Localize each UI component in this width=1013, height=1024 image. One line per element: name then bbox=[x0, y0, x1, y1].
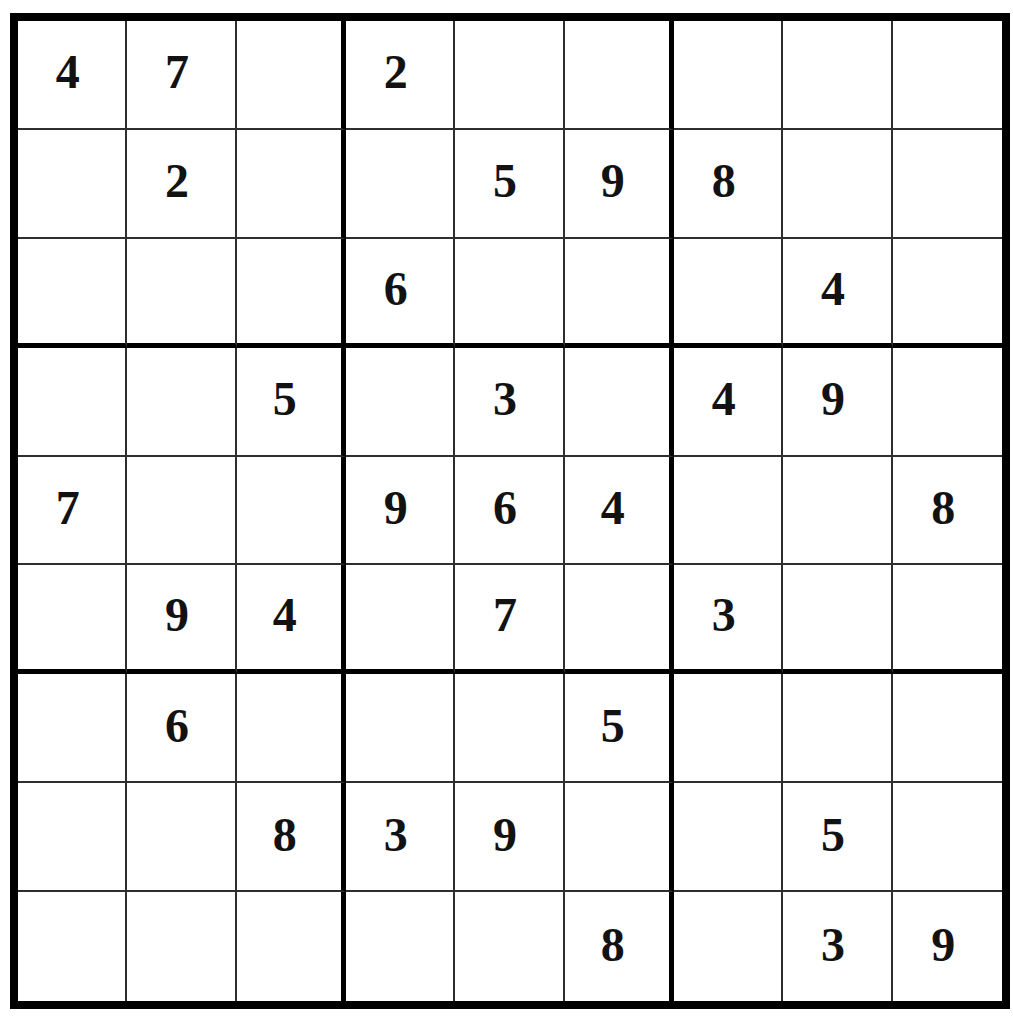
cell-r3c6[interactable] bbox=[565, 239, 674, 348]
cell-r9c3[interactable] bbox=[237, 892, 346, 1001]
given-digit: 9 bbox=[165, 591, 189, 639]
given-digit: 8 bbox=[712, 157, 736, 205]
cell-r1c2[interactable]: 7 bbox=[127, 21, 236, 130]
cell-r8c3[interactable]: 8 bbox=[237, 783, 346, 892]
given-digit: 2 bbox=[165, 157, 189, 205]
given-digit: 6 bbox=[384, 265, 408, 313]
cell-r5c3[interactable] bbox=[237, 457, 346, 566]
given-digit: 4 bbox=[821, 265, 845, 313]
cell-r5c2[interactable] bbox=[127, 457, 236, 566]
cell-r5c7[interactable] bbox=[674, 457, 783, 566]
cell-r4c5[interactable]: 3 bbox=[455, 348, 564, 457]
given-digit: 5 bbox=[493, 157, 517, 205]
cell-r8c9[interactable] bbox=[893, 783, 1002, 892]
given-digit: 8 bbox=[273, 811, 297, 859]
cell-r6c9[interactable] bbox=[893, 565, 1002, 674]
cell-r2c7[interactable]: 8 bbox=[674, 130, 783, 239]
given-digit: 9 bbox=[821, 375, 845, 423]
given-digit: 3 bbox=[821, 921, 845, 969]
cell-r2c3[interactable] bbox=[237, 130, 346, 239]
cell-r1c7[interactable] bbox=[674, 21, 783, 130]
cell-r8c5[interactable]: 9 bbox=[455, 783, 564, 892]
cell-r5c6[interactable]: 4 bbox=[565, 457, 674, 566]
given-digit: 7 bbox=[165, 48, 189, 96]
cell-r6c2[interactable]: 9 bbox=[127, 565, 236, 674]
given-digit: 7 bbox=[493, 591, 517, 639]
cell-r2c8[interactable] bbox=[783, 130, 892, 239]
given-digit: 8 bbox=[601, 921, 625, 969]
cell-r3c7[interactable] bbox=[674, 239, 783, 348]
cell-r8c4[interactable]: 3 bbox=[346, 783, 455, 892]
cell-r9c2[interactable] bbox=[127, 892, 236, 1001]
given-digit: 3 bbox=[712, 591, 736, 639]
given-digit: 9 bbox=[931, 921, 955, 969]
cell-r4c9[interactable] bbox=[893, 348, 1002, 457]
cell-r6c7[interactable]: 3 bbox=[674, 565, 783, 674]
cell-r1c6[interactable] bbox=[565, 21, 674, 130]
given-digit: 3 bbox=[493, 375, 517, 423]
cell-r9c6[interactable]: 8 bbox=[565, 892, 674, 1001]
given-digit: 4 bbox=[273, 591, 297, 639]
cell-r2c9[interactable] bbox=[893, 130, 1002, 239]
cell-r3c1[interactable] bbox=[18, 239, 127, 348]
cell-r2c5[interactable]: 5 bbox=[455, 130, 564, 239]
cell-r5c9[interactable]: 8 bbox=[893, 457, 1002, 566]
cell-r8c2[interactable] bbox=[127, 783, 236, 892]
cell-r7c6[interactable]: 5 bbox=[565, 674, 674, 783]
cell-r9c7[interactable] bbox=[674, 892, 783, 1001]
given-digit: 4 bbox=[56, 48, 80, 96]
sudoku-board: 4722598645349796489473658395839 bbox=[10, 13, 1010, 1009]
cell-r6c8[interactable] bbox=[783, 565, 892, 674]
cell-r4c8[interactable]: 9 bbox=[783, 348, 892, 457]
given-digit: 5 bbox=[821, 811, 845, 859]
cell-r6c1[interactable] bbox=[18, 565, 127, 674]
cell-r7c5[interactable] bbox=[455, 674, 564, 783]
given-digit: 6 bbox=[493, 484, 517, 532]
given-digit: 9 bbox=[384, 484, 408, 532]
cell-r4c1[interactable] bbox=[18, 348, 127, 457]
cell-r3c2[interactable] bbox=[127, 239, 236, 348]
cell-r1c5[interactable] bbox=[455, 21, 564, 130]
cell-r1c3[interactable] bbox=[237, 21, 346, 130]
cell-r9c8[interactable]: 3 bbox=[783, 892, 892, 1001]
cell-r9c5[interactable] bbox=[455, 892, 564, 1001]
cell-r7c4[interactable] bbox=[346, 674, 455, 783]
cell-r6c6[interactable] bbox=[565, 565, 674, 674]
cell-r7c9[interactable] bbox=[893, 674, 1002, 783]
cell-r3c4[interactable]: 6 bbox=[346, 239, 455, 348]
cell-r9c9[interactable]: 9 bbox=[893, 892, 1002, 1001]
cell-r9c1[interactable] bbox=[18, 892, 127, 1001]
cell-r8c6[interactable] bbox=[565, 783, 674, 892]
given-digit: 6 bbox=[165, 702, 189, 750]
given-digit: 4 bbox=[601, 484, 625, 532]
given-digit: 9 bbox=[493, 811, 517, 859]
given-digit: 7 bbox=[56, 484, 80, 532]
cell-r3c9[interactable] bbox=[893, 239, 1002, 348]
cell-r2c1[interactable] bbox=[18, 130, 127, 239]
given-digit: 8 bbox=[931, 484, 955, 532]
cell-r5c8[interactable] bbox=[783, 457, 892, 566]
given-digit: 3 bbox=[384, 811, 408, 859]
given-digit: 9 bbox=[601, 157, 625, 205]
cell-r3c5[interactable] bbox=[455, 239, 564, 348]
given-digit: 5 bbox=[273, 375, 297, 423]
cell-r6c4[interactable] bbox=[346, 565, 455, 674]
cell-r5c1[interactable]: 7 bbox=[18, 457, 127, 566]
given-digit: 5 bbox=[601, 702, 625, 750]
cell-r8c1[interactable] bbox=[18, 783, 127, 892]
cell-r3c3[interactable] bbox=[237, 239, 346, 348]
cell-r7c7[interactable] bbox=[674, 674, 783, 783]
cell-r5c4[interactable]: 9 bbox=[346, 457, 455, 566]
cell-r1c4[interactable]: 2 bbox=[346, 21, 455, 130]
cell-r8c8[interactable]: 5 bbox=[783, 783, 892, 892]
cell-r4c2[interactable] bbox=[127, 348, 236, 457]
cell-r7c2[interactable]: 6 bbox=[127, 674, 236, 783]
cell-r7c8[interactable] bbox=[783, 674, 892, 783]
cell-r1c8[interactable] bbox=[783, 21, 892, 130]
given-digit: 2 bbox=[384, 48, 408, 96]
cell-r5c5[interactable]: 6 bbox=[455, 457, 564, 566]
cell-r1c1[interactable]: 4 bbox=[18, 21, 127, 130]
cell-r7c1[interactable] bbox=[18, 674, 127, 783]
cell-r2c6[interactable]: 9 bbox=[565, 130, 674, 239]
cell-r4c6[interactable] bbox=[565, 348, 674, 457]
cell-r8c7[interactable] bbox=[674, 783, 783, 892]
cell-r3c8[interactable]: 4 bbox=[783, 239, 892, 348]
cell-r2c2[interactable]: 2 bbox=[127, 130, 236, 239]
cell-r1c9[interactable] bbox=[893, 21, 1002, 130]
cell-r4c4[interactable] bbox=[346, 348, 455, 457]
cell-r6c5[interactable]: 7 bbox=[455, 565, 564, 674]
cell-r9c4[interactable] bbox=[346, 892, 455, 1001]
cell-r7c3[interactable] bbox=[237, 674, 346, 783]
cell-r4c3[interactable]: 5 bbox=[237, 348, 346, 457]
cell-r4c7[interactable]: 4 bbox=[674, 348, 783, 457]
cell-r2c4[interactable] bbox=[346, 130, 455, 239]
given-digit: 4 bbox=[712, 375, 736, 423]
cell-r6c3[interactable]: 4 bbox=[237, 565, 346, 674]
